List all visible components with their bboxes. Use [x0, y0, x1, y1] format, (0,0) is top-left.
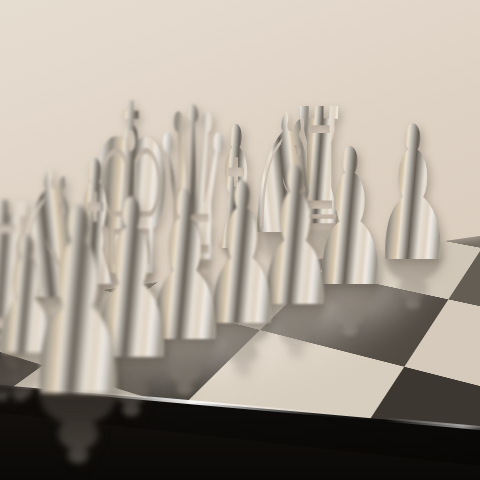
chess-photo-scene: ♜♜♞♞♝♝♚♚♛♛♝♝♞♞♜♜♟♟♟♟♟♟♟♟♟♟♟♟♟♟♟♟	[0, 0, 480, 480]
piece-g2-pawn[interactable]: ♟♟	[0, 175, 194, 433]
pawn-glyph: ♟	[20, 175, 136, 433]
piece-layer: ♜♜♞♞♝♝♚♚♛♛♝♝♞♞♜♜♟♟♟♟♟♟♟♟♟♟♟♟♟♟♟♟	[0, 0, 480, 480]
